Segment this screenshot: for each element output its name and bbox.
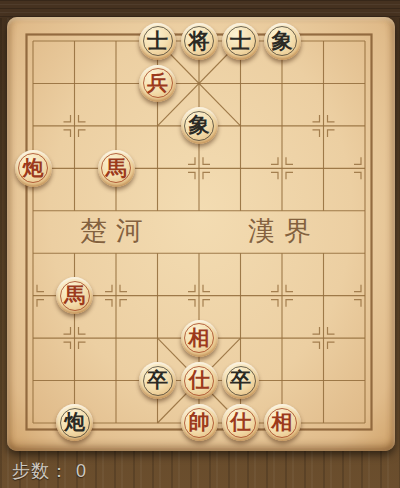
piece-char: 仕 [230, 404, 251, 441]
piece-black-卒[interactable]: 卒 [139, 362, 176, 399]
piece-char: 仕 [189, 362, 210, 399]
xiangqi-app: 楚河 漢界 士将士象兵象炮馬馬相卒仕卒炮帥仕相 步数： 0 [0, 0, 400, 488]
piece-char: 馬 [64, 277, 85, 314]
river-label-right: 漢界 [248, 213, 320, 249]
piece-black-士[interactable]: 士 [222, 23, 259, 60]
piece-char: 象 [189, 107, 210, 144]
river-label-left: 楚河 [80, 213, 152, 249]
piece-red-馬[interactable]: 馬 [98, 150, 135, 187]
move-count-label: 步数： [12, 459, 69, 483]
piece-char: 帥 [189, 404, 210, 441]
piece-char: 相 [272, 404, 293, 441]
piece-red-相[interactable]: 相 [181, 320, 218, 357]
piece-red-馬[interactable]: 馬 [56, 277, 93, 314]
piece-black-卒[interactable]: 卒 [222, 362, 259, 399]
piece-char: 士 [230, 23, 251, 60]
piece-red-帥[interactable]: 帥 [181, 404, 218, 441]
piece-char: 卒 [230, 362, 251, 399]
piece-char: 馬 [106, 150, 127, 187]
piece-char: 卒 [147, 362, 168, 399]
piece-black-象[interactable]: 象 [181, 107, 218, 144]
piece-char: 将 [189, 23, 210, 60]
piece-black-象[interactable]: 象 [264, 23, 301, 60]
wood-background-top [0, 0, 400, 18]
piece-red-兵[interactable]: 兵 [139, 65, 176, 102]
piece-char: 炮 [64, 404, 85, 441]
piece-char: 兵 [147, 65, 168, 102]
piece-char: 炮 [23, 150, 44, 187]
move-count-value: 0 [76, 461, 87, 482]
piece-red-相[interactable]: 相 [264, 404, 301, 441]
piece-black-将[interactable]: 将 [181, 23, 218, 60]
piece-char: 士 [147, 23, 168, 60]
piece-char: 相 [189, 320, 210, 357]
piece-char: 象 [272, 23, 293, 60]
piece-red-炮[interactable]: 炮 [15, 150, 52, 187]
status-bar: 步数： 0 [12, 459, 87, 483]
piece-red-仕[interactable]: 仕 [181, 362, 218, 399]
piece-black-士[interactable]: 士 [139, 23, 176, 60]
